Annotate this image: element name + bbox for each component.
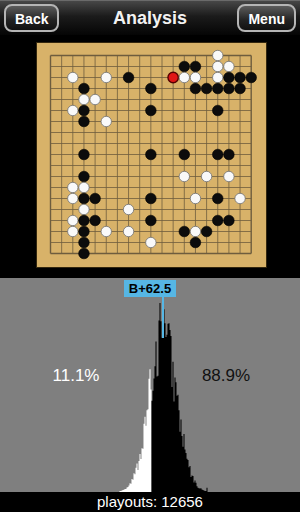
white-stone xyxy=(201,171,211,181)
white-stone xyxy=(101,226,111,236)
white-stone xyxy=(213,50,223,60)
white-stone xyxy=(224,61,234,71)
black-stone xyxy=(212,193,223,204)
black-stone xyxy=(235,83,246,94)
go-board[interactable] xyxy=(36,42,267,268)
black-stone xyxy=(90,215,101,226)
black-stone xyxy=(179,226,190,237)
black-stone xyxy=(190,83,201,94)
white-stone xyxy=(68,226,78,236)
white-stone xyxy=(79,182,89,192)
black-stone xyxy=(123,72,134,83)
black-stone xyxy=(190,237,201,248)
black-stone xyxy=(79,116,90,127)
white-stone xyxy=(190,72,200,82)
white-stone xyxy=(179,72,189,82)
black-stone xyxy=(212,149,223,160)
white-stone xyxy=(235,193,245,203)
black-stone xyxy=(79,149,90,160)
white-stone xyxy=(90,94,100,104)
black-stone xyxy=(190,61,201,72)
black-stone xyxy=(146,149,157,160)
white-stone xyxy=(68,193,78,203)
white-win-percent: 11.1% xyxy=(26,366,126,386)
black-stone xyxy=(146,105,157,116)
white-stone xyxy=(79,94,89,104)
black-stone xyxy=(79,237,90,248)
black-stone xyxy=(79,105,90,116)
black-stone xyxy=(79,226,90,237)
analysis-panel: B+62.5 11.1% 88.9% xyxy=(0,278,300,492)
black-stone xyxy=(201,226,212,237)
white-stone xyxy=(224,171,234,181)
black-stone xyxy=(212,105,223,116)
white-stone xyxy=(123,226,133,236)
black-stone xyxy=(224,215,235,226)
black-stone xyxy=(90,193,101,204)
black-stone xyxy=(79,248,90,259)
white-wins-distribution xyxy=(120,369,151,492)
marked-move-stone xyxy=(168,72,178,82)
black-stone xyxy=(179,149,190,160)
score-marker-line xyxy=(162,292,164,338)
black-stone xyxy=(235,72,246,83)
black-wins-distribution xyxy=(152,303,207,492)
white-stone xyxy=(213,72,223,82)
black-stone xyxy=(146,83,157,94)
black-stone xyxy=(246,72,257,83)
white-stone xyxy=(68,105,78,115)
white-stone xyxy=(68,215,78,225)
black-stone xyxy=(212,83,223,94)
white-stone xyxy=(190,226,200,236)
white-stone xyxy=(101,72,111,82)
estimated-result-label: B+62.5 xyxy=(0,279,300,297)
white-stone xyxy=(146,237,156,247)
black-stone xyxy=(79,83,90,94)
white-stone xyxy=(213,61,223,71)
black-stone xyxy=(224,149,235,160)
black-stone xyxy=(212,215,223,226)
black-stone xyxy=(79,171,90,182)
black-stone xyxy=(79,215,90,226)
black-win-percent: 88.9% xyxy=(176,366,276,386)
black-stone xyxy=(79,193,90,204)
white-stone xyxy=(101,116,111,126)
playouts-status: playouts: 12656 xyxy=(0,492,300,512)
white-stone xyxy=(123,204,133,214)
black-stone xyxy=(224,72,235,83)
menu-button[interactable]: Menu xyxy=(237,4,296,32)
black-stone xyxy=(146,215,157,226)
analysis-screen: { "header": { "title": "Analysis", "back… xyxy=(0,0,300,512)
board-grid xyxy=(37,43,266,267)
back-button[interactable]: Back xyxy=(4,4,59,32)
white-stone xyxy=(68,72,78,82)
header-bar: Analysis Back Menu xyxy=(0,0,300,35)
black-stone xyxy=(224,83,235,94)
black-stone xyxy=(179,61,190,72)
black-stone xyxy=(201,83,212,94)
black-stone xyxy=(146,193,157,204)
white-stone xyxy=(79,204,89,214)
white-stone xyxy=(190,193,200,203)
white-stone xyxy=(68,182,78,192)
white-stone xyxy=(179,171,189,181)
